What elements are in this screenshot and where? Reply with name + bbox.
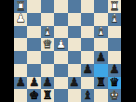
square-a5[interactable] xyxy=(14,38,27,51)
black-pawn: ♟ xyxy=(69,77,79,89)
black-bishop: ♝ xyxy=(82,90,92,102)
square-d2[interactable] xyxy=(54,77,67,90)
square-c5[interactable]: ♛ xyxy=(41,38,54,51)
square-d8[interactable] xyxy=(54,0,67,13)
square-g3[interactable] xyxy=(94,64,107,77)
square-e5[interactable] xyxy=(68,38,81,51)
square-f7[interactable] xyxy=(81,13,94,26)
square-e6[interactable] xyxy=(68,26,81,39)
square-b7[interactable] xyxy=(27,13,40,26)
square-f6[interactable] xyxy=(81,26,94,39)
square-f1[interactable]: ♝ xyxy=(81,89,94,102)
black-rook: ♜ xyxy=(42,90,52,102)
square-f4[interactable] xyxy=(81,51,94,64)
square-h4[interactable] xyxy=(108,51,121,64)
square-h1[interactable]: ♚ xyxy=(108,89,121,102)
square-h6[interactable] xyxy=(108,26,121,39)
square-f3[interactable]: ♟ xyxy=(81,64,94,77)
square-d5[interactable]: ♟ xyxy=(54,38,67,51)
square-a3[interactable] xyxy=(14,64,27,77)
square-h5[interactable] xyxy=(108,38,121,51)
square-f2[interactable] xyxy=(81,77,94,90)
white-bishop: ♝ xyxy=(42,26,52,38)
black-rook: ♜ xyxy=(96,77,106,89)
square-h2[interactable]: ♛ xyxy=(108,77,121,90)
square-a8[interactable]: ♜ xyxy=(14,0,27,13)
square-a4[interactable] xyxy=(14,51,27,64)
square-g8[interactable] xyxy=(94,0,107,13)
square-c8[interactable] xyxy=(41,0,54,13)
black-pawn: ♟ xyxy=(29,77,39,89)
square-d1[interactable] xyxy=(54,89,67,102)
square-b6[interactable] xyxy=(27,26,40,39)
square-g6[interactable]: ♝ xyxy=(94,26,107,39)
square-a6[interactable] xyxy=(14,26,27,39)
square-e3[interactable] xyxy=(68,64,81,77)
black-pawn: ♟ xyxy=(16,77,26,89)
square-c1[interactable]: ♜ xyxy=(41,89,54,102)
square-c3[interactable] xyxy=(41,64,54,77)
black-pawn: ♟ xyxy=(42,77,52,89)
square-e1[interactable] xyxy=(68,89,81,102)
square-h7[interactable]: ♝ xyxy=(108,13,121,26)
square-h8[interactable]: ♜ xyxy=(108,0,121,13)
square-a7[interactable]: ♟ xyxy=(14,13,27,26)
square-a1[interactable] xyxy=(14,89,27,102)
black-queen: ♛ xyxy=(109,77,119,89)
chess-board: ♜♜♟♝♝♝♛♟♟♟♟♟♟♟♟♜♛♚♜♝♚ xyxy=(14,0,121,102)
square-d4[interactable] xyxy=(54,51,67,64)
square-g7[interactable] xyxy=(94,13,107,26)
square-f5[interactable] xyxy=(81,38,94,51)
white-pawn: ♟ xyxy=(56,39,66,51)
square-g5[interactable] xyxy=(94,38,107,51)
white-pawn: ♟ xyxy=(16,13,26,25)
chess-app-screen: ♜♜♟♝♝♝♛♟♟♟♟♟♟♟♟♜♛♚♜♝♚ xyxy=(0,0,136,102)
white-queen: ♛ xyxy=(42,39,52,51)
square-h3[interactable]: ♟ xyxy=(108,64,121,77)
square-g4[interactable]: ♟ xyxy=(94,51,107,64)
square-e4[interactable] xyxy=(68,51,81,64)
white-king: ♚ xyxy=(109,90,119,102)
square-c2[interactable]: ♟ xyxy=(41,77,54,90)
square-g2[interactable]: ♜ xyxy=(94,77,107,90)
square-e2[interactable]: ♟ xyxy=(68,77,81,90)
square-b5[interactable] xyxy=(27,38,40,51)
black-pawn: ♟ xyxy=(96,52,106,64)
square-a2[interactable]: ♟ xyxy=(14,77,27,90)
white-bishop: ♝ xyxy=(109,13,119,25)
square-g1[interactable] xyxy=(94,89,107,102)
square-c4[interactable] xyxy=(41,51,54,64)
black-king: ♚ xyxy=(29,90,39,102)
square-c6[interactable]: ♝ xyxy=(41,26,54,39)
square-b2[interactable]: ♟ xyxy=(27,77,40,90)
square-d7[interactable] xyxy=(54,13,67,26)
white-rook: ♜ xyxy=(109,1,119,13)
square-d3[interactable] xyxy=(54,64,67,77)
square-b1[interactable]: ♚ xyxy=(27,89,40,102)
square-b3[interactable] xyxy=(27,64,40,77)
black-pawn: ♟ xyxy=(82,64,92,76)
square-b8[interactable] xyxy=(27,0,40,13)
square-c7[interactable] xyxy=(41,13,54,26)
square-e8[interactable] xyxy=(68,0,81,13)
square-b4[interactable] xyxy=(27,51,40,64)
black-pawn: ♟ xyxy=(109,64,119,76)
square-f8[interactable] xyxy=(81,0,94,13)
white-bishop: ♝ xyxy=(96,26,106,38)
square-d6[interactable] xyxy=(54,26,67,39)
square-e7[interactable] xyxy=(68,13,81,26)
white-rook: ♜ xyxy=(16,1,26,13)
